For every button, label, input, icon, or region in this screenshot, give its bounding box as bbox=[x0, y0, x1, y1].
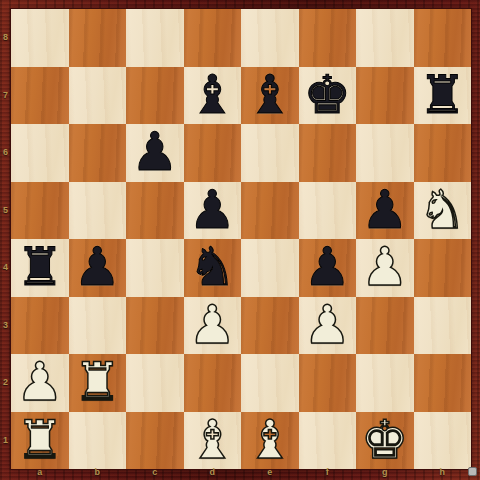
square-a5[interactable] bbox=[11, 182, 69, 240]
square-h1[interactable] bbox=[414, 412, 472, 470]
square-d7[interactable]: ♝ bbox=[184, 67, 242, 125]
square-b1[interactable] bbox=[69, 412, 127, 470]
square-g8[interactable] bbox=[356, 9, 414, 67]
black-pawn-b4[interactable]: ♟ bbox=[73, 239, 121, 296]
square-d2[interactable] bbox=[184, 354, 242, 412]
square-a2[interactable]: ♟ bbox=[11, 354, 69, 412]
black-knight-d4[interactable]: ♞ bbox=[188, 239, 236, 296]
rank-label-7: 7 bbox=[0, 67, 11, 125]
square-b3[interactable] bbox=[69, 297, 127, 355]
square-a6[interactable] bbox=[11, 124, 69, 182]
square-a1[interactable]: ♜ bbox=[11, 412, 69, 470]
black-rook-a4[interactable]: ♜ bbox=[16, 239, 64, 296]
black-bishop-e7[interactable]: ♝ bbox=[246, 67, 294, 124]
square-b6[interactable] bbox=[69, 124, 127, 182]
square-h6[interactable] bbox=[414, 124, 472, 182]
black-rook-h7[interactable]: ♜ bbox=[418, 67, 466, 124]
square-b5[interactable] bbox=[69, 182, 127, 240]
rank-label-2: 2 bbox=[0, 354, 11, 412]
file-label-h: h bbox=[414, 467, 472, 480]
square-f8[interactable] bbox=[299, 9, 357, 67]
square-c3[interactable] bbox=[126, 297, 184, 355]
black-pawn-d5[interactable]: ♟ bbox=[188, 182, 236, 239]
rank-label-8: 8 bbox=[0, 9, 11, 67]
file-label-a: a bbox=[11, 467, 69, 480]
white-knight-h5[interactable]: ♞ bbox=[418, 182, 466, 239]
white-rook-a1[interactable]: ♜ bbox=[16, 412, 64, 469]
square-f7[interactable]: ♚ bbox=[299, 67, 357, 125]
square-c8[interactable] bbox=[126, 9, 184, 67]
square-e2[interactable] bbox=[241, 354, 299, 412]
square-c2[interactable] bbox=[126, 354, 184, 412]
square-d8[interactable] bbox=[184, 9, 242, 67]
square-g4[interactable]: ♟ bbox=[356, 239, 414, 297]
black-pawn-g5[interactable]: ♟ bbox=[361, 182, 409, 239]
black-pawn-c6[interactable]: ♟ bbox=[131, 124, 179, 181]
square-f5[interactable] bbox=[299, 182, 357, 240]
rank-label-3: 3 bbox=[0, 297, 11, 355]
black-bishop-d7[interactable]: ♝ bbox=[188, 67, 236, 124]
file-label-e: e bbox=[241, 467, 299, 480]
white-pawn-d3[interactable]: ♟ bbox=[188, 297, 236, 354]
square-b7[interactable] bbox=[69, 67, 127, 125]
square-e3[interactable] bbox=[241, 297, 299, 355]
square-a7[interactable] bbox=[11, 67, 69, 125]
square-a4[interactable]: ♜ bbox=[11, 239, 69, 297]
white-bishop-d1[interactable]: ♝ bbox=[188, 412, 236, 469]
square-d6[interactable] bbox=[184, 124, 242, 182]
white-pawn-g4[interactable]: ♟ bbox=[361, 239, 409, 296]
file-label-c: c bbox=[126, 467, 184, 480]
square-d5[interactable]: ♟ bbox=[184, 182, 242, 240]
chess-board: ♝♝♚♜♟♟♟♞♜♟♞♟♟♟♟♟♜♜♝♝♚ bbox=[11, 9, 471, 469]
square-f3[interactable]: ♟ bbox=[299, 297, 357, 355]
square-g6[interactable] bbox=[356, 124, 414, 182]
square-e7[interactable]: ♝ bbox=[241, 67, 299, 125]
square-g2[interactable] bbox=[356, 354, 414, 412]
white-pawn-a2[interactable]: ♟ bbox=[16, 354, 64, 411]
white-rook-b2[interactable]: ♜ bbox=[73, 354, 121, 411]
square-b2[interactable]: ♜ bbox=[69, 354, 127, 412]
white-king-g1[interactable]: ♚ bbox=[361, 412, 409, 469]
square-e1[interactable]: ♝ bbox=[241, 412, 299, 470]
square-c5[interactable] bbox=[126, 182, 184, 240]
rank-label-1: 1 bbox=[0, 412, 11, 470]
square-a8[interactable] bbox=[11, 9, 69, 67]
rank-label-6: 6 bbox=[0, 124, 11, 182]
white-bishop-e1[interactable]: ♝ bbox=[246, 412, 294, 469]
square-f1[interactable] bbox=[299, 412, 357, 470]
watermark-dot bbox=[468, 467, 477, 476]
square-d4[interactable]: ♞ bbox=[184, 239, 242, 297]
square-g1[interactable]: ♚ bbox=[356, 412, 414, 470]
file-label-b: b bbox=[69, 467, 127, 480]
square-g7[interactable] bbox=[356, 67, 414, 125]
square-h3[interactable] bbox=[414, 297, 472, 355]
file-label-g: g bbox=[356, 467, 414, 480]
square-h7[interactable]: ♜ bbox=[414, 67, 472, 125]
rank-label-4: 4 bbox=[0, 239, 11, 297]
square-g5[interactable]: ♟ bbox=[356, 182, 414, 240]
square-h8[interactable] bbox=[414, 9, 472, 67]
square-d1[interactable]: ♝ bbox=[184, 412, 242, 470]
square-b4[interactable]: ♟ bbox=[69, 239, 127, 297]
square-c1[interactable] bbox=[126, 412, 184, 470]
file-label-f: f bbox=[299, 467, 357, 480]
square-b8[interactable] bbox=[69, 9, 127, 67]
square-a3[interactable] bbox=[11, 297, 69, 355]
square-f6[interactable] bbox=[299, 124, 357, 182]
square-e6[interactable] bbox=[241, 124, 299, 182]
square-h4[interactable] bbox=[414, 239, 472, 297]
chess-board-frame: ♝♝♚♜♟♟♟♞♜♟♞♟♟♟♟♟♜♜♝♝♚ 87654321 abcdefgh bbox=[0, 0, 480, 480]
square-c6[interactable]: ♟ bbox=[126, 124, 184, 182]
square-e8[interactable] bbox=[241, 9, 299, 67]
square-e4[interactable] bbox=[241, 239, 299, 297]
rank-label-5: 5 bbox=[0, 182, 11, 240]
square-h2[interactable] bbox=[414, 354, 472, 412]
square-e5[interactable] bbox=[241, 182, 299, 240]
square-f4[interactable]: ♟ bbox=[299, 239, 357, 297]
square-d3[interactable]: ♟ bbox=[184, 297, 242, 355]
file-label-d: d bbox=[184, 467, 242, 480]
square-f2[interactable] bbox=[299, 354, 357, 412]
black-pawn-f4[interactable]: ♟ bbox=[303, 239, 351, 296]
square-h5[interactable]: ♞ bbox=[414, 182, 472, 240]
square-c4[interactable] bbox=[126, 239, 184, 297]
black-king-f7[interactable]: ♚ bbox=[303, 67, 351, 124]
square-c7[interactable] bbox=[126, 67, 184, 125]
white-pawn-f3[interactable]: ♟ bbox=[303, 297, 351, 354]
square-g3[interactable] bbox=[356, 297, 414, 355]
